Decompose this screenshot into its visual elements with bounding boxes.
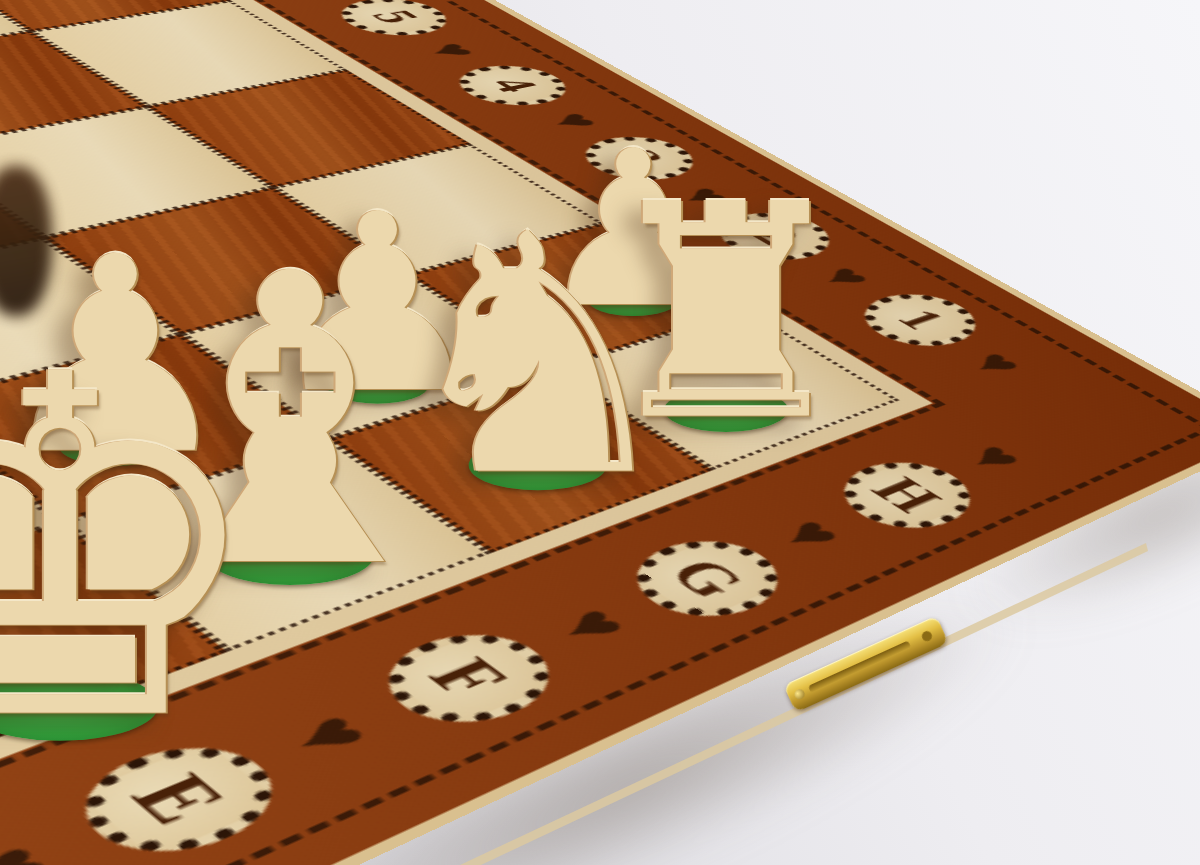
rank-label-5: 5 xyxy=(322,0,466,41)
heart-motif: ♥ xyxy=(756,506,868,564)
heart-motif: ♥ xyxy=(950,342,1044,387)
rank-label-1-text: 1 xyxy=(885,305,956,334)
rank-label-4-text: 4 xyxy=(478,75,548,96)
file-label-h-text: H xyxy=(860,471,955,519)
rank-label-1: 1 xyxy=(842,285,998,356)
rank-label-5-text: 5 xyxy=(360,8,429,27)
piece-white-king-e1: ♚ xyxy=(0,320,271,790)
photo-scene: { "game": "chess", "scene_type": "overhe… xyxy=(0,0,1200,865)
file-label-f-text: F xyxy=(413,649,525,706)
heart-motif: ♥ xyxy=(945,433,1046,484)
heart-motif: ♥ xyxy=(532,592,657,660)
file-label-g-text: G xyxy=(655,551,761,606)
rank-label-4: 4 xyxy=(439,60,586,113)
heart-motif: ♥ xyxy=(261,696,403,776)
heart-motif: ♥ xyxy=(409,36,496,66)
heart-motif: ♥ xyxy=(0,822,92,865)
